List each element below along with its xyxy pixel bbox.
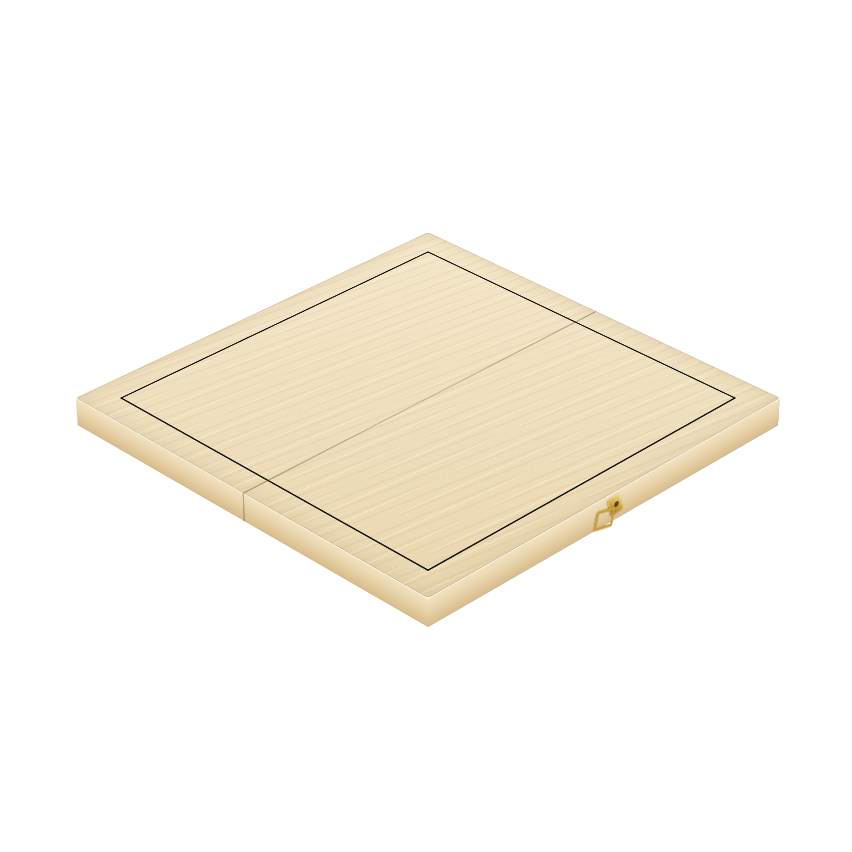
- chess-board-box: [76, 232, 780, 598]
- fold-seam-edge: [243, 493, 245, 522]
- board-top-face: [76, 232, 780, 598]
- product-photo-stage: [0, 0, 852, 852]
- scene: [0, 0, 852, 852]
